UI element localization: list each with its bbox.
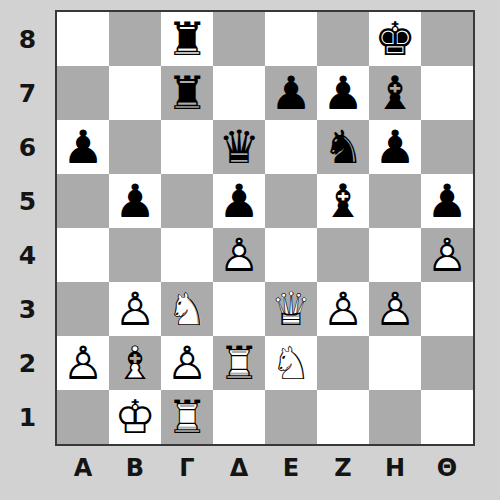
square-e6[interactable] <box>265 120 317 174</box>
square-d1[interactable] <box>213 390 265 444</box>
white-knight-icon[interactable]: ♘ <box>265 336 317 390</box>
white-pawn-icon[interactable]: ♙ <box>57 336 109 390</box>
square-h6[interactable] <box>421 120 473 174</box>
square-c6[interactable] <box>161 120 213 174</box>
black-bishop-icon[interactable]: ♝ <box>322 178 363 224</box>
square-a1[interactable] <box>57 390 109 444</box>
square-f6[interactable]: ♞ <box>317 120 369 174</box>
square-f4[interactable] <box>317 228 369 282</box>
square-g6[interactable]: ♟ <box>369 120 421 174</box>
rank-label-3: 3 <box>0 282 55 336</box>
white-king-icon[interactable]: ♔ <box>109 390 161 444</box>
file-label-h: Θ <box>421 450 473 486</box>
square-d2[interactable]: ♜♖ <box>213 336 265 390</box>
square-c1[interactable]: ♜♖ <box>161 390 213 444</box>
square-e7[interactable]: ♟ <box>265 66 317 120</box>
square-d8[interactable] <box>213 12 265 66</box>
square-e1[interactable] <box>265 390 317 444</box>
square-d5[interactable]: ♟ <box>213 174 265 228</box>
file-label-b: Β <box>109 450 161 486</box>
white-pawn-icon[interactable]: ♙ <box>421 228 473 282</box>
square-a7[interactable] <box>57 66 109 120</box>
black-pawn-icon[interactable]: ♟ <box>270 70 311 116</box>
file-label-f: Ζ <box>317 450 369 486</box>
white-pawn-icon[interactable]: ♙ <box>369 282 421 336</box>
square-e8[interactable] <box>265 12 317 66</box>
square-h8[interactable] <box>421 12 473 66</box>
rank-labels: 87654321 <box>0 12 55 444</box>
file-labels: ΑΒΓΔΕΖΗΘ <box>57 450 473 486</box>
file-label-d: Δ <box>213 450 265 486</box>
square-d4[interactable]: ♟♙ <box>213 228 265 282</box>
square-h7[interactable] <box>421 66 473 120</box>
square-c7[interactable]: ♜ <box>161 66 213 120</box>
black-bishop-icon[interactable]: ♝ <box>374 70 415 116</box>
rank-label-5: 5 <box>0 174 55 228</box>
square-a6[interactable]: ♟ <box>57 120 109 174</box>
square-a5[interactable] <box>57 174 109 228</box>
rank-label-7: 7 <box>0 66 55 120</box>
white-bishop-icon[interactable]: ♗ <box>109 336 161 390</box>
square-g7[interactable]: ♝ <box>369 66 421 120</box>
square-h1[interactable] <box>421 390 473 444</box>
file-label-e: Ε <box>265 450 317 486</box>
square-f1[interactable] <box>317 390 369 444</box>
square-b8[interactable] <box>109 12 161 66</box>
file-label-g: Η <box>369 450 421 486</box>
square-b2[interactable]: ♝♗ <box>109 336 161 390</box>
square-c4[interactable] <box>161 228 213 282</box>
square-c2[interactable]: ♟♙ <box>161 336 213 390</box>
black-pawn-icon[interactable]: ♟ <box>426 178 467 224</box>
square-a2[interactable]: ♟♙ <box>57 336 109 390</box>
square-h3[interactable] <box>421 282 473 336</box>
square-e3[interactable]: ♛♕ <box>265 282 317 336</box>
square-f5[interactable]: ♝ <box>317 174 369 228</box>
square-f8[interactable] <box>317 12 369 66</box>
square-f2[interactable] <box>317 336 369 390</box>
black-knight-icon[interactable]: ♞ <box>322 124 363 170</box>
square-g2[interactable] <box>369 336 421 390</box>
rank-label-8: 8 <box>0 12 55 66</box>
rank-label-4: 4 <box>0 228 55 282</box>
square-b5[interactable]: ♟ <box>109 174 161 228</box>
rank-label-2: 2 <box>0 336 55 390</box>
square-h4[interactable]: ♟♙ <box>421 228 473 282</box>
black-rook-icon[interactable]: ♜ <box>166 16 207 62</box>
rank-label-1: 1 <box>0 390 55 444</box>
square-a3[interactable] <box>57 282 109 336</box>
file-label-a: Α <box>57 450 109 486</box>
white-knight-icon[interactable]: ♘ <box>161 282 213 336</box>
square-b4[interactable] <box>109 228 161 282</box>
black-king-icon[interactable]: ♚ <box>374 16 415 62</box>
square-f3[interactable]: ♟♙ <box>317 282 369 336</box>
square-b7[interactable] <box>109 66 161 120</box>
black-pawn-icon[interactable]: ♟ <box>218 178 259 224</box>
black-pawn-icon[interactable]: ♟ <box>374 124 415 170</box>
square-h2[interactable] <box>421 336 473 390</box>
white-pawn-icon[interactable]: ♙ <box>161 336 213 390</box>
square-f7[interactable]: ♟ <box>317 66 369 120</box>
square-a4[interactable] <box>57 228 109 282</box>
square-g1[interactable] <box>369 390 421 444</box>
black-pawn-icon[interactable]: ♟ <box>114 178 155 224</box>
white-pawn-icon[interactable]: ♙ <box>109 282 161 336</box>
chess-diagram: 87654321 ♜♚♜♟♟♝♟♛♞♟♟♟♝♟♟♙♟♙♟♙♞♘♛♕♟♙♟♙♟♙♝… <box>0 0 500 500</box>
square-b6[interactable] <box>109 120 161 174</box>
square-b3[interactable]: ♟♙ <box>109 282 161 336</box>
square-d3[interactable] <box>213 282 265 336</box>
black-rook-icon[interactable]: ♜ <box>166 70 207 116</box>
square-d7[interactable] <box>213 66 265 120</box>
file-label-c: Γ <box>161 450 213 486</box>
square-d6[interactable]: ♛ <box>213 120 265 174</box>
white-rook-icon[interactable]: ♖ <box>213 336 265 390</box>
square-g3[interactable]: ♟♙ <box>369 282 421 336</box>
white-queen-icon[interactable]: ♕ <box>265 282 317 336</box>
rank-label-6: 6 <box>0 120 55 174</box>
square-e5[interactable] <box>265 174 317 228</box>
square-g5[interactable] <box>369 174 421 228</box>
square-g8[interactable]: ♚ <box>369 12 421 66</box>
square-c3[interactable]: ♞♘ <box>161 282 213 336</box>
square-g4[interactable] <box>369 228 421 282</box>
white-pawn-icon[interactable]: ♙ <box>317 282 369 336</box>
black-pawn-icon[interactable]: ♟ <box>322 70 363 116</box>
square-e2[interactable]: ♞♘ <box>265 336 317 390</box>
square-c8[interactable]: ♜ <box>161 12 213 66</box>
square-h5[interactable]: ♟ <box>421 174 473 228</box>
square-e4[interactable] <box>265 228 317 282</box>
white-pawn-icon[interactable]: ♙ <box>213 228 265 282</box>
black-queen-icon[interactable]: ♛ <box>218 124 259 170</box>
square-a8[interactable] <box>57 12 109 66</box>
square-c5[interactable] <box>161 174 213 228</box>
square-b1[interactable]: ♚♔ <box>109 390 161 444</box>
chess-board: ♜♚♜♟♟♝♟♛♞♟♟♟♝♟♟♙♟♙♟♙♞♘♛♕♟♙♟♙♟♙♝♗♟♙♜♖♞♘♚♔… <box>55 10 475 446</box>
black-pawn-icon[interactable]: ♟ <box>62 124 103 170</box>
white-rook-icon[interactable]: ♖ <box>161 390 213 444</box>
